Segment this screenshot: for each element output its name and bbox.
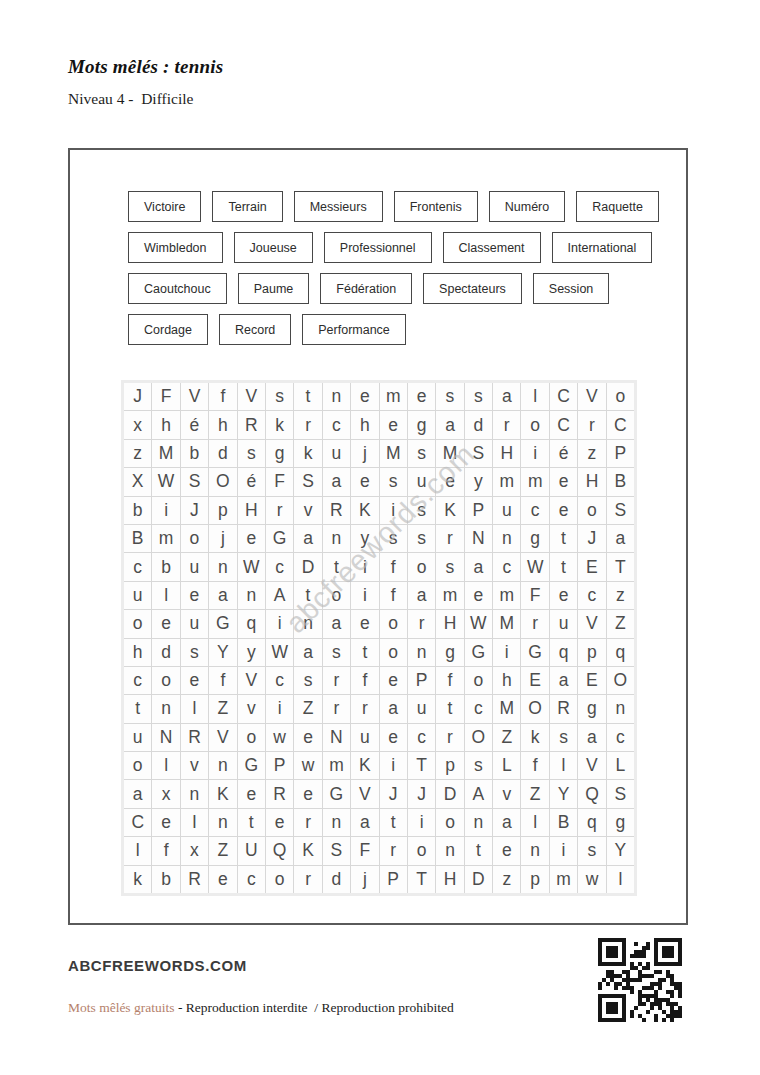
word-box: International [552, 232, 653, 263]
grid-cell: o [266, 866, 293, 893]
grid-cell: O [465, 724, 492, 751]
grid-cell: Y [550, 780, 577, 807]
grid-cell: z [493, 866, 520, 893]
word-row: CordageRecordPerformance [128, 314, 636, 345]
grid-cell: o [323, 582, 350, 609]
grid-cell: a [465, 553, 492, 580]
grid-cell: V [238, 383, 265, 410]
letter-grid: JFVfVstnemessalCVoxhéhRkrchegadroCrCzMbd… [121, 380, 637, 896]
word-row: WimbledonJoueuseProfessionnelClassementI… [128, 232, 636, 263]
grid-cell: S [607, 780, 634, 807]
grid-cell: n [465, 809, 492, 836]
grid-cell: O [607, 667, 634, 694]
grid-cell: é [238, 468, 265, 495]
grid-cell: m [493, 582, 520, 609]
grid-cell: e [380, 724, 407, 751]
grid-cell: c [408, 724, 435, 751]
grid-cell: i [550, 837, 577, 864]
grid-cell: c [521, 497, 548, 524]
grid-cell: z [578, 440, 605, 467]
grid-cell: s [323, 639, 350, 666]
grid-cell: s [408, 440, 435, 467]
grid-cell: c [238, 866, 265, 893]
grid-cell: o [578, 497, 605, 524]
grid-cell: e [351, 383, 378, 410]
grid-cell: j [209, 525, 236, 552]
grid-cell: a [578, 724, 605, 751]
grid-cell: P [607, 440, 634, 467]
grid-cell: M [152, 440, 179, 467]
grid-cell: Q [266, 837, 293, 864]
grid-cell: F [351, 837, 378, 864]
grid-cell: t [436, 695, 463, 722]
word-box: Performance [302, 314, 406, 345]
grid-cell: i [408, 809, 435, 836]
grid-cell: s [408, 525, 435, 552]
grid-cell: M [493, 610, 520, 637]
grid-cell: G [209, 610, 236, 637]
grid-cell: b [181, 440, 208, 467]
grid-cell: o [436, 809, 463, 836]
grid-cell: R [238, 411, 265, 438]
grid-cell: R [266, 780, 293, 807]
grid-cell: a [493, 809, 520, 836]
grid-cell: n [323, 383, 350, 410]
word-row: VictoireTerrainMessieursFrontenisNuméroR… [128, 191, 636, 222]
grid-cell: H [436, 610, 463, 637]
grid-cell: H [238, 497, 265, 524]
grid-cell: d [323, 866, 350, 893]
grid-cell: a [323, 610, 350, 637]
grid-cell: S [607, 497, 634, 524]
grid-cell: r [493, 411, 520, 438]
grid-cell: q [578, 809, 605, 836]
grid-cell: b [152, 553, 179, 580]
grid-cell: B [550, 809, 577, 836]
grid-cell: r [578, 411, 605, 438]
grid-cell: V [578, 752, 605, 779]
grid-cell: N [323, 724, 350, 751]
grid-cell: P [408, 667, 435, 694]
grid-cell: i [351, 582, 378, 609]
word-box: Spectateurs [423, 273, 522, 304]
grid-cell: n [493, 525, 520, 552]
grid-cell: S [294, 468, 321, 495]
grid-cell: s [380, 468, 407, 495]
grid-cell: x [152, 780, 179, 807]
footer-tagline: Mots mêlés gratuits [68, 1000, 175, 1015]
grid-cell: M [436, 440, 463, 467]
grid-cell: h [209, 411, 236, 438]
grid-cell: s [408, 497, 435, 524]
grid-cell: a [323, 468, 350, 495]
grid-cell: l [521, 809, 548, 836]
grid-cell: g [578, 695, 605, 722]
grid-cell: R [181, 866, 208, 893]
grid-cell: f [152, 837, 179, 864]
grid-cell: R [550, 695, 577, 722]
grid-cell: K [294, 837, 321, 864]
grid-cell: c [323, 411, 350, 438]
grid-cell: e [550, 497, 577, 524]
grid-cell: M [493, 695, 520, 722]
grid-cell: y [238, 639, 265, 666]
grid-cell: f [209, 383, 236, 410]
grid-cell: F [266, 468, 293, 495]
grid-cell: T [408, 866, 435, 893]
grid-cell: l [124, 837, 151, 864]
grid-cell: K [436, 497, 463, 524]
grid-cell: e [380, 411, 407, 438]
grid-cell: a [493, 383, 520, 410]
word-box: Terrain [212, 191, 282, 222]
qr-module [678, 1018, 682, 1022]
grid-cell: W [152, 468, 179, 495]
grid-cell: a [351, 809, 378, 836]
grid-cell: c [124, 553, 151, 580]
grid-cell: e [209, 866, 236, 893]
word-box: Victoire [128, 191, 201, 222]
grid-cell: y [351, 525, 378, 552]
grid-cell: V [578, 383, 605, 410]
grid-cell: n [152, 695, 179, 722]
grid-cell: k [124, 866, 151, 893]
grid-cell: O [521, 695, 548, 722]
grid-cell: m [521, 468, 548, 495]
grid-cell: e [181, 582, 208, 609]
word-box: Caoutchouc [128, 273, 227, 304]
grid-cell: m [550, 866, 577, 893]
grid-cell: l [607, 866, 634, 893]
grid-cell: W [266, 639, 293, 666]
grid-cell: z [124, 440, 151, 467]
grid-cell: u [351, 724, 378, 751]
grid-cell: q [238, 610, 265, 637]
grid-cell: Z [294, 695, 321, 722]
grid-cell: r [351, 695, 378, 722]
grid-cell: P [465, 497, 492, 524]
grid-cell: e [380, 667, 407, 694]
grid-cell: X [124, 468, 151, 495]
grid-cell: U [238, 837, 265, 864]
grid-cell: i [380, 752, 407, 779]
grid-cell: H [436, 866, 463, 893]
grid-cell: m [380, 383, 407, 410]
grid-cell: c [578, 582, 605, 609]
word-box: Cordage [128, 314, 208, 345]
grid-cell: x [124, 411, 151, 438]
grid-cell: o [408, 837, 435, 864]
grid-cell: f [351, 667, 378, 694]
grid-cell: G [266, 525, 293, 552]
grid-cell: g [408, 411, 435, 438]
grid-cell: V [209, 724, 236, 751]
grid-cell: r [294, 866, 321, 893]
grid-cell: Z [493, 724, 520, 751]
grid-cell: a [209, 582, 236, 609]
grid-cell: n [238, 582, 265, 609]
grid-cell: u [493, 497, 520, 524]
grid-cell: t [380, 809, 407, 836]
grid-cell: s [578, 837, 605, 864]
grid-cell: i [380, 497, 407, 524]
grid-cell: p [521, 866, 548, 893]
grid-cell: P [266, 752, 293, 779]
grid-cell: t [550, 553, 577, 580]
word-list: VictoireTerrainMessieursFrontenisNuméroR… [128, 191, 636, 345]
grid-cell: N [152, 724, 179, 751]
grid-cell: S [323, 837, 350, 864]
word-row: CaoutchoucPaumeFédérationSpectateursSess… [128, 273, 636, 304]
grid-cell: z [607, 582, 634, 609]
grid-cell: t [465, 837, 492, 864]
grid-cell: A [266, 582, 293, 609]
grid-cell: s [465, 383, 492, 410]
grid-cell: j [351, 440, 378, 467]
grid-cell: a [436, 411, 463, 438]
grid-cell: o [408, 553, 435, 580]
grid-cell: s [181, 639, 208, 666]
grid-cell: w [578, 866, 605, 893]
grid-cell: v [294, 497, 321, 524]
grid-cell: e [493, 837, 520, 864]
grid-cell: G [323, 780, 350, 807]
grid-cell: e [465, 582, 492, 609]
grid-cell: J [181, 497, 208, 524]
grid-cell: S [465, 440, 492, 467]
grid-cell: o [465, 667, 492, 694]
grid-cell: s [465, 752, 492, 779]
grid-cell: u [181, 610, 208, 637]
grid-cell: M [380, 440, 407, 467]
grid-cell: b [152, 866, 179, 893]
grid-cell: k [294, 440, 321, 467]
grid-cell: G [521, 639, 548, 666]
grid-cell: e [294, 724, 321, 751]
grid-cell: v [493, 780, 520, 807]
grid-cell: o [521, 411, 548, 438]
grid-cell: R [323, 497, 350, 524]
grid-cell: r [323, 667, 350, 694]
grid-cell: T [408, 752, 435, 779]
grid-cell: n [408, 639, 435, 666]
grid-cell: d [465, 411, 492, 438]
grid-cell: a [124, 780, 151, 807]
grid-cell: u [124, 724, 151, 751]
word-box: Frontenis [394, 191, 478, 222]
grid-cell: s [550, 724, 577, 751]
grid-cell: é [550, 440, 577, 467]
puzzle-card: VictoireTerrainMessieursFrontenisNuméroR… [68, 148, 688, 925]
grid-cell: e [238, 525, 265, 552]
grid-cell: e [436, 468, 463, 495]
grid-cell: e [238, 780, 265, 807]
grid-cell: r [294, 809, 321, 836]
grid-cell: Z [209, 695, 236, 722]
grid-cell: m [436, 582, 463, 609]
grid-cell: K [351, 752, 378, 779]
grid-cell: s [238, 440, 265, 467]
grid-cell: l [550, 752, 577, 779]
grid-cell: f [209, 667, 236, 694]
word-box: Record [219, 314, 291, 345]
grid-cell: e [408, 383, 435, 410]
grid-cell: r [436, 525, 463, 552]
grid-cell: s [436, 383, 463, 410]
grid-cell: T [607, 553, 634, 580]
grid-cell: o [152, 667, 179, 694]
grid-cell: F [521, 582, 548, 609]
grid-cell: o [124, 752, 151, 779]
grid-cell: D [294, 553, 321, 580]
grid-cell: n [521, 837, 548, 864]
grid-cell: t [323, 553, 350, 580]
grid-cell: e [294, 780, 321, 807]
grid-cell: l [521, 383, 548, 410]
grid-cell: D [465, 866, 492, 893]
word-box: Classement [443, 232, 541, 263]
footer-notice: - Reproduction interdite / Reproduction … [175, 1000, 454, 1015]
grid-cell: u [408, 695, 435, 722]
grid-cell: Y [209, 639, 236, 666]
grid-cell: e [152, 809, 179, 836]
grid-cell: t [124, 695, 151, 722]
grid-cell: n [209, 752, 236, 779]
grid-cell: B [607, 468, 634, 495]
grid-cell: k [266, 411, 293, 438]
grid-cell: é [181, 411, 208, 438]
grid-cell: m [323, 752, 350, 779]
grid-cell: n [436, 837, 463, 864]
grid-cell: N [465, 525, 492, 552]
grid-cell: g [266, 440, 293, 467]
grid-cell: t [550, 525, 577, 552]
qr-code [598, 938, 682, 1022]
grid-cell: f [521, 752, 548, 779]
grid-cell: o [607, 383, 634, 410]
grid-cell: s [380, 525, 407, 552]
grid-cell: h [152, 411, 179, 438]
grid-cell: J [124, 383, 151, 410]
word-box: Raquette [576, 191, 659, 222]
word-box: Messieurs [294, 191, 383, 222]
grid-cell: o [380, 639, 407, 666]
grid-cell: g [436, 639, 463, 666]
grid-cell: a [408, 582, 435, 609]
grid-cell: j [351, 866, 378, 893]
grid-cell: i [266, 610, 293, 637]
grid-cell: i [266, 695, 293, 722]
grid-cell: f [436, 667, 463, 694]
grid-cell: m [152, 525, 179, 552]
grid-cell: r [323, 695, 350, 722]
grid-cell: d [209, 440, 236, 467]
grid-cell: I [181, 809, 208, 836]
grid-cell: F [152, 383, 179, 410]
grid-cell: n [323, 809, 350, 836]
grid-cell: f [380, 553, 407, 580]
grid-cell: n [209, 553, 236, 580]
grid-cell: l [181, 695, 208, 722]
grid-cell: r [266, 497, 293, 524]
grid-cell: r [380, 837, 407, 864]
grid-cell: n [181, 780, 208, 807]
grid-cell: e [351, 610, 378, 637]
grid-cell: H [493, 440, 520, 467]
puzzle-title: Mots mêlés : tennis [68, 56, 223, 78]
copyright-line: Mots mêlés gratuits - Reproduction inter… [68, 1000, 454, 1016]
grid-cell: n [607, 695, 634, 722]
grid-cell: C [550, 411, 577, 438]
grid-cell: c [266, 667, 293, 694]
grid-cell: y [465, 468, 492, 495]
grid-cell: t [294, 582, 321, 609]
grid-cell: c [607, 724, 634, 751]
grid-cell: k [521, 724, 548, 751]
grid-cell: u [550, 610, 577, 637]
grid-cell: p [578, 639, 605, 666]
grid-cell: u [124, 582, 151, 609]
grid-cell: V [238, 667, 265, 694]
word-box: Session [533, 273, 609, 304]
grid-cell: B [124, 525, 151, 552]
word-box: Wimbledon [128, 232, 223, 263]
grid-cell: E [578, 553, 605, 580]
grid-cell: v [238, 695, 265, 722]
grid-cell: h [493, 667, 520, 694]
letter-grid-area: JFVfVstnemessalCVoxhéhRkrchegadroCrCzMbd… [121, 380, 637, 896]
grid-cell: o [124, 610, 151, 637]
grid-cell: l [152, 752, 179, 779]
grid-cell: a [294, 525, 321, 552]
grid-cell: e [550, 468, 577, 495]
grid-cell: e [351, 468, 378, 495]
grid-cell: f [380, 582, 407, 609]
grid-cell: Q [578, 780, 605, 807]
grid-cell: a [607, 525, 634, 552]
grid-cell: x [181, 837, 208, 864]
grid-cell: h [124, 639, 151, 666]
grid-cell: V [351, 780, 378, 807]
grid-cell: E [578, 667, 605, 694]
word-box: Joueuse [234, 232, 313, 263]
grid-cell: p [209, 497, 236, 524]
grid-cell: s [436, 553, 463, 580]
grid-cell: G [465, 639, 492, 666]
grid-cell: q [550, 639, 577, 666]
grid-cell: a [550, 667, 577, 694]
grid-cell: g [521, 525, 548, 552]
grid-cell: h [351, 411, 378, 438]
grid-cell: H [578, 468, 605, 495]
grid-cell: i [152, 497, 179, 524]
grid-cell: L [607, 752, 634, 779]
grid-cell: c [266, 553, 293, 580]
grid-cell: p [436, 752, 463, 779]
grid-cell: n [294, 610, 321, 637]
grid-cell: r [408, 610, 435, 637]
grid-cell: C [607, 411, 634, 438]
word-box: Numéro [489, 191, 565, 222]
grid-cell: V [578, 610, 605, 637]
grid-cell: J [380, 780, 407, 807]
grid-cell: q [607, 639, 634, 666]
grid-cell: Z [607, 610, 634, 637]
grid-cell: R [181, 724, 208, 751]
grid-cell: e [181, 667, 208, 694]
grid-cell: K [351, 497, 378, 524]
grid-cell: u [408, 468, 435, 495]
